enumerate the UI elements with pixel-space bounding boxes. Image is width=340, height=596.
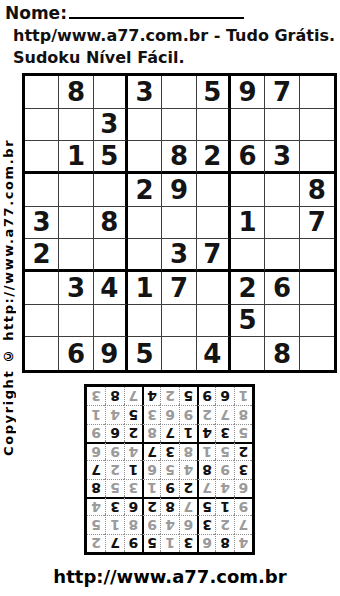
solution-cell-r7c2: 3 [215,424,233,442]
solution-cell-r3c1: 9 [234,497,252,515]
puzzle-cell-r8c8[interactable] [265,305,299,338]
solution-cell-r7c9: 9 [87,424,105,442]
puzzle-cell-r8c3[interactable] [94,305,128,338]
puzzle-cell-r4c8[interactable] [265,174,299,207]
solution-cell-r7c3: 4 [197,424,215,442]
puzzle-cell-r3c4[interactable] [128,141,162,174]
solution-cell-r4c5: 9 [160,479,178,497]
puzzle-cell-r5c2[interactable] [59,207,93,240]
puzzle-cell-r6c7[interactable] [231,239,265,272]
solution-cell-r5c9: 7 [87,460,105,478]
puzzle-cell-r7c3: 4 [94,272,128,305]
puzzle-cell-r6c6: 7 [197,239,231,272]
puzzle-cell-r1c8: 7 [265,76,299,109]
puzzle-cell-r2c8[interactable] [265,109,299,142]
puzzle-cell-r8c5[interactable] [162,305,196,338]
puzzle-cell-r9c8: 8 [265,337,299,370]
puzzle-cell-r7c9[interactable] [300,272,334,305]
puzzle-cell-r2c3: 3 [94,109,128,142]
puzzle-cell-r7c7: 2 [231,272,265,305]
puzzle-cell-r1c9[interactable] [300,76,334,109]
solution-cell-r7c8: 6 [105,424,123,442]
puzzle-cell-r6c4[interactable] [128,239,162,272]
solution-cell-r6c7: 4 [124,442,142,460]
solution-cell-r9c5: 2 [160,387,178,405]
puzzle-cell-r1c5[interactable] [162,76,196,109]
puzzle-cell-r2c5[interactable] [162,109,196,142]
solution-cell-r4c6: 1 [142,479,160,497]
puzzle-cell-r8c9[interactable] [300,305,334,338]
solution-cell-r4c2: 4 [215,479,233,497]
puzzle-cell-r6c9[interactable] [300,239,334,272]
puzzle-cell-r4c9: 8 [300,174,334,207]
solution-cell-r7c4: 1 [179,424,197,442]
puzzle-cell-r9c4: 5 [128,337,162,370]
solution-cell-r3c4: 7 [179,497,197,515]
puzzle-cell-r2c2[interactable] [59,109,93,142]
footer-url-link[interactable]: http://www.a77.com.br [0,566,340,587]
solution-cell-r3c8: 3 [105,497,123,515]
puzzle-cell-r7c8: 6 [265,272,299,305]
solution-cell-r1c9: 2 [87,534,105,552]
puzzle-cell-r1c1[interactable] [25,76,59,109]
solution-cell-r5c4: 4 [179,460,197,478]
puzzle-cell-r7c2: 3 [59,272,93,305]
puzzle-cell-r3c8: 3 [265,141,299,174]
solution-cell-r8c7: 5 [124,405,142,423]
solution-cell-r4c8: 5 [105,479,123,497]
puzzle-cell-r9c2: 6 [59,337,93,370]
puzzle-cell-r4c3[interactable] [94,174,128,207]
site-header: http/www.a77.com.br - Tudo Grátis. [13,26,335,45]
solution-cell-r2c4: 6 [179,515,197,533]
solution-cell-r3c7: 6 [124,497,142,515]
solution-cell-r6c1: 2 [234,442,252,460]
solution-cell-r4c9: 8 [87,479,105,497]
puzzle-cell-r6c1: 2 [25,239,59,272]
puzzle-cell-r2c7[interactable] [231,109,265,142]
sudoku-puzzle-grid: 8359731582632983817237341726569548 [22,73,337,373]
puzzle-cell-r9c9[interactable] [300,337,334,370]
puzzle-cell-r3c3: 5 [94,141,128,174]
solution-cell-r2c5: 4 [160,515,178,533]
solution-cell-r6c8: 9 [105,442,123,460]
solution-cell-r6c9: 6 [87,442,105,460]
puzzle-cell-r5c1: 3 [25,207,59,240]
solution-cell-r4c1: 6 [234,479,252,497]
solution-cell-r6c3: 1 [197,442,215,460]
solution-cell-r9c9: 3 [87,387,105,405]
solution-cell-r9c8: 8 [105,387,123,405]
puzzle-cell-r5c9: 7 [300,207,334,240]
solution-cell-r8c9: 1 [87,405,105,423]
solution-cell-r5c5: 5 [160,460,178,478]
puzzle-cell-r3c6: 2 [197,141,231,174]
solution-cell-r9c6: 4 [142,387,160,405]
solution-cell-r9c2: 6 [215,387,233,405]
puzzle-cell-r9c3: 9 [94,337,128,370]
solution-cell-r2c3: 3 [197,515,215,533]
name-row: Nome: [5,2,244,23]
solution-cell-r5c2: 9 [215,460,233,478]
name-fill-in-line[interactable] [69,2,244,19]
solution-cell-r5c8: 2 [105,460,123,478]
solution-cell-r2c1: 7 [234,515,252,533]
solution-cell-r6c4: 8 [179,442,197,460]
puzzle-cell-r2c9[interactable] [300,109,334,142]
solution-cell-r9c1: 1 [234,387,252,405]
puzzle-cell-r7c4: 1 [128,272,162,305]
solution-cell-r1c2: 8 [215,534,233,552]
solution-cell-r3c2: 1 [215,497,233,515]
copyright-vertical-text: Copyright © http://www.a77.com.br [1,80,19,456]
solution-cell-r7c7: 2 [124,424,142,442]
puzzle-cell-r9c6: 4 [197,337,231,370]
solution-cell-r3c3: 5 [197,497,215,515]
solution-cell-r9c4: 5 [179,387,197,405]
sudoku-print-page: Nome: http/www.a77.com.br - Tudo Grátis.… [0,0,340,596]
solution-cell-r1c7: 9 [124,534,142,552]
solution-cell-r3c9: 4 [87,497,105,515]
puzzle-cell-r1c6: 5 [197,76,231,109]
solution-cell-r1c8: 7 [105,534,123,552]
puzzle-cell-r5c4[interactable] [128,207,162,240]
solution-cell-r6c2: 5 [215,442,233,460]
solution-cell-r5c7: 1 [124,460,142,478]
puzzle-cell-r9c1[interactable] [25,337,59,370]
puzzle-cell-r4c2[interactable] [59,174,93,207]
solution-cell-r8c3: 2 [197,405,215,423]
puzzle-cell-r2c4[interactable] [128,109,162,142]
puzzle-cell-r4c5: 9 [162,174,196,207]
solution-cell-r5c6: 6 [142,460,160,478]
solution-cell-r3c5: 8 [160,497,178,515]
solution-cell-r7c1: 5 [234,424,252,442]
solution-cell-r2c8: 1 [105,515,123,533]
puzzle-cell-r6c5: 3 [162,239,196,272]
puzzle-cell-r3c9[interactable] [300,141,334,174]
puzzle-cell-r5c6[interactable] [197,207,231,240]
puzzle-cell-r8c2[interactable] [59,305,93,338]
solution-cell-r1c5: 1 [160,534,178,552]
puzzle-cell-r6c2[interactable] [59,239,93,272]
puzzle-cell-r8c7: 5 [231,305,265,338]
puzzle-cell-r8c1[interactable] [25,305,59,338]
puzzle-cell-r6c8[interactable] [265,239,299,272]
solution-cell-r2c7: 8 [124,515,142,533]
sudoku-solution-grid-rotated: 4863159727236498159157826346472913583984… [84,384,255,555]
solution-cell-r2c9: 5 [87,515,105,533]
solution-cell-r1c1: 4 [234,534,252,552]
solution-cell-r1c3: 6 [197,534,215,552]
solution-cell-r6c6: 7 [142,442,160,460]
solution-cell-r5c1: 3 [234,460,252,478]
solution-cell-r9c3: 9 [197,387,215,405]
puzzle-cell-r3c5: 8 [162,141,196,174]
puzzle-cell-r7c5: 7 [162,272,196,305]
puzzle-cell-r1c7: 9 [231,76,265,109]
solution-cell-r8c6: 3 [142,405,160,423]
puzzle-cell-r4c7[interactable] [231,174,265,207]
puzzle-cell-r5c3: 8 [94,207,128,240]
solution-cell-r6c5: 3 [160,442,178,460]
puzzle-cell-r4c6[interactable] [197,174,231,207]
puzzle-cell-r8c6[interactable] [197,305,231,338]
puzzle-cell-r4c4: 2 [128,174,162,207]
solution-cell-r1c4: 3 [179,534,197,552]
puzzle-cell-r5c8[interactable] [265,207,299,240]
solution-cell-r4c7: 3 [124,479,142,497]
puzzle-cell-r9c5[interactable] [162,337,196,370]
puzzle-cell-r4c1[interactable] [25,174,59,207]
solution-cell-r7c6: 8 [142,424,160,442]
puzzle-cell-r3c7: 6 [231,141,265,174]
solution-cell-r4c4: 2 [179,479,197,497]
solution-cell-r8c8: 4 [105,405,123,423]
solution-cell-r2c6: 9 [142,515,160,533]
puzzle-cell-r3c2: 1 [59,141,93,174]
solution-cell-r2c2: 2 [215,515,233,533]
solution-cell-r4c3: 7 [197,479,215,497]
puzzle-cell-r1c4: 3 [128,76,162,109]
name-label: Nome: [5,3,67,23]
solution-cell-r8c1: 8 [234,405,252,423]
puzzle-cell-r5c5[interactable] [162,207,196,240]
puzzle-cell-r1c2: 8 [59,76,93,109]
puzzle-title: Sudoku Nível Fácil. [13,48,185,67]
puzzle-cell-r1c3[interactable] [94,76,128,109]
solution-cell-r8c5: 6 [160,405,178,423]
puzzle-cell-r9c7[interactable] [231,337,265,370]
puzzle-cell-r5c7: 1 [231,207,265,240]
puzzle-cell-r3c1[interactable] [25,141,59,174]
puzzle-cell-r2c6[interactable] [197,109,231,142]
solution-cell-r5c3: 8 [197,460,215,478]
solution-cell-r7c5: 7 [160,424,178,442]
solution-cell-r3c6: 2 [142,497,160,515]
puzzle-cell-r7c6[interactable] [197,272,231,305]
puzzle-cell-r7c1[interactable] [25,272,59,305]
puzzle-cell-r8c4[interactable] [128,305,162,338]
puzzle-cell-r6c3[interactable] [94,239,128,272]
solution-cell-r9c7: 7 [124,387,142,405]
solution-cell-r1c6: 5 [142,534,160,552]
solution-cell-r8c4: 9 [179,405,197,423]
puzzle-cell-r2c1[interactable] [25,109,59,142]
solution-cell-r8c2: 7 [215,405,233,423]
